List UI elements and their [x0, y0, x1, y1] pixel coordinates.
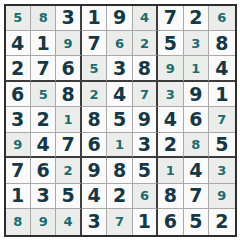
cell-r6c4[interactable]: 6: [82, 133, 107, 158]
cell-r2c4[interactable]: 7: [82, 31, 107, 56]
cell-r5c1[interactable]: 3: [6, 107, 31, 132]
cell-r5c5[interactable]: 5: [107, 107, 132, 132]
cell-r6c1[interactable]: 9: [6, 133, 31, 158]
cell-r4c6[interactable]: 7: [133, 82, 158, 107]
sudoku-app: 5831947264197625382765389146582473913218…: [0, 0, 240, 240]
cell-r9c6[interactable]: 1: [133, 209, 158, 234]
cell-r8c2[interactable]: 3: [31, 184, 56, 209]
cell-r7c9[interactable]: 3: [209, 158, 234, 183]
cell-r9c2[interactable]: 9: [31, 209, 56, 234]
cell-r1c4[interactable]: 1: [82, 6, 107, 31]
cell-r6c7[interactable]: 2: [158, 133, 183, 158]
cell-r3c1[interactable]: 2: [6, 56, 31, 81]
sudoku-grid: 5831947264197625382765389146582473913218…: [4, 4, 237, 237]
cell-r4c1[interactable]: 6: [6, 82, 31, 107]
cell-r5c4[interactable]: 8: [82, 107, 107, 132]
cell-r1c8[interactable]: 2: [184, 6, 209, 31]
cell-r1c1[interactable]: 5: [6, 6, 31, 31]
cell-r2c6[interactable]: 2: [133, 31, 158, 56]
cell-r6c6[interactable]: 3: [133, 133, 158, 158]
cell-r4c8[interactable]: 9: [184, 82, 209, 107]
cell-r9c1[interactable]: 8: [6, 209, 31, 234]
cell-r9c3[interactable]: 4: [56, 209, 81, 234]
cell-r1c2[interactable]: 8: [31, 6, 56, 31]
cell-r3c7[interactable]: 9: [158, 56, 183, 81]
cell-r3c8[interactable]: 1: [184, 56, 209, 81]
cell-r8c9[interactable]: 9: [209, 184, 234, 209]
cell-r9c4[interactable]: 3: [82, 209, 107, 234]
cell-r3c6[interactable]: 8: [133, 56, 158, 81]
cell-r7c3[interactable]: 2: [56, 158, 81, 183]
cell-r7c5[interactable]: 8: [107, 158, 132, 183]
cell-r7c4[interactable]: 9: [82, 158, 107, 183]
cell-r1c6[interactable]: 4: [133, 6, 158, 31]
cell-r8c1[interactable]: 1: [6, 184, 31, 209]
cell-r7c6[interactable]: 5: [133, 158, 158, 183]
cell-r8c6[interactable]: 6: [133, 184, 158, 209]
cell-r2c2[interactable]: 1: [31, 31, 56, 56]
cell-r7c7[interactable]: 1: [158, 158, 183, 183]
cell-r4c9[interactable]: 1: [209, 82, 234, 107]
cell-r4c3[interactable]: 8: [56, 82, 81, 107]
cell-r1c9[interactable]: 6: [209, 6, 234, 31]
cell-r6c2[interactable]: 4: [31, 133, 56, 158]
cell-r3c2[interactable]: 7: [31, 56, 56, 81]
cell-r6c8[interactable]: 8: [184, 133, 209, 158]
cell-r6c9[interactable]: 5: [209, 133, 234, 158]
cell-r5c7[interactable]: 4: [158, 107, 183, 132]
cell-r1c3[interactable]: 3: [56, 6, 81, 31]
cell-r4c4[interactable]: 2: [82, 82, 107, 107]
cell-r2c3[interactable]: 9: [56, 31, 81, 56]
cell-r9c9[interactable]: 2: [209, 209, 234, 234]
cell-r8c3[interactable]: 5: [56, 184, 81, 209]
cell-r2c5[interactable]: 6: [107, 31, 132, 56]
cell-r7c2[interactable]: 6: [31, 158, 56, 183]
cell-r2c1[interactable]: 4: [6, 31, 31, 56]
cell-r6c5[interactable]: 1: [107, 133, 132, 158]
cell-r6c3[interactable]: 7: [56, 133, 81, 158]
cell-r5c3[interactable]: 1: [56, 107, 81, 132]
cell-r1c5[interactable]: 9: [107, 6, 132, 31]
cell-r2c7[interactable]: 5: [158, 31, 183, 56]
cell-r3c9[interactable]: 4: [209, 56, 234, 81]
cell-r4c5[interactable]: 4: [107, 82, 132, 107]
cell-r5c9[interactable]: 7: [209, 107, 234, 132]
cell-r5c6[interactable]: 9: [133, 107, 158, 132]
cell-r9c7[interactable]: 6: [158, 209, 183, 234]
cell-r3c3[interactable]: 6: [56, 56, 81, 81]
cell-r4c7[interactable]: 3: [158, 82, 183, 107]
cell-r1c7[interactable]: 7: [158, 6, 183, 31]
cell-r2c9[interactable]: 8: [209, 31, 234, 56]
cell-r5c2[interactable]: 2: [31, 107, 56, 132]
cell-r8c5[interactable]: 2: [107, 184, 132, 209]
cell-r5c8[interactable]: 6: [184, 107, 209, 132]
cell-r8c8[interactable]: 7: [184, 184, 209, 209]
cell-r3c5[interactable]: 3: [107, 56, 132, 81]
cell-r8c7[interactable]: 8: [158, 184, 183, 209]
cell-r9c5[interactable]: 7: [107, 209, 132, 234]
cell-r4c2[interactable]: 5: [31, 82, 56, 107]
cell-r7c8[interactable]: 4: [184, 158, 209, 183]
cell-r7c1[interactable]: 7: [6, 158, 31, 183]
cell-r3c4[interactable]: 5: [82, 56, 107, 81]
cell-r2c8[interactable]: 3: [184, 31, 209, 56]
cell-r8c4[interactable]: 4: [82, 184, 107, 209]
cell-r9c8[interactable]: 5: [184, 209, 209, 234]
